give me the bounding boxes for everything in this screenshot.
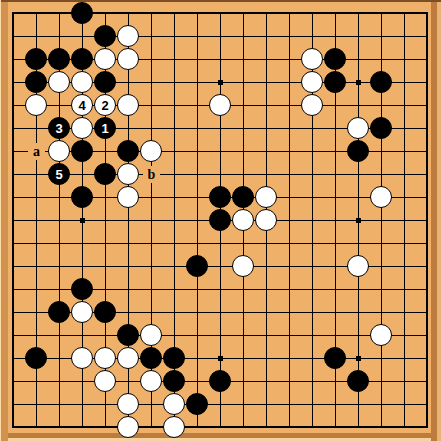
white-stone <box>25 94 47 116</box>
white-stone <box>255 209 277 231</box>
black-stone <box>94 163 116 185</box>
black-stone <box>163 370 185 392</box>
black-stone <box>163 347 185 369</box>
white-stone <box>347 255 369 277</box>
board-bevel-top <box>0 0 441 2</box>
white-stone <box>232 255 254 277</box>
white-stone <box>163 416 185 438</box>
black-stone <box>117 140 139 162</box>
star-point <box>356 218 361 223</box>
white-stone <box>71 71 93 93</box>
white-stone <box>232 209 254 231</box>
black-stone <box>324 48 346 70</box>
white-stone <box>94 370 116 392</box>
go-board[interactable]: 42315ab <box>0 0 441 441</box>
black-stone <box>94 71 116 93</box>
black-stone <box>71 278 93 300</box>
white-stone <box>94 48 116 70</box>
black-stone <box>232 186 254 208</box>
white-stone <box>71 117 93 139</box>
white-stone <box>301 71 323 93</box>
white-stone <box>117 48 139 70</box>
white-stone <box>347 117 369 139</box>
star-point <box>218 80 223 85</box>
black-stone <box>48 48 70 70</box>
white-stone: 2 <box>94 94 116 116</box>
black-stone <box>370 117 392 139</box>
black-stone <box>324 347 346 369</box>
black-stone <box>25 347 47 369</box>
move-number-label: 3 <box>55 122 62 135</box>
black-stone <box>347 370 369 392</box>
white-stone <box>117 416 139 438</box>
white-stone <box>140 370 162 392</box>
black-stone <box>324 71 346 93</box>
black-stone <box>25 48 47 70</box>
white-stone <box>301 94 323 116</box>
white-stone <box>48 140 70 162</box>
white-stone <box>117 163 139 185</box>
white-stone <box>163 393 185 415</box>
move-number-label: 1 <box>101 122 108 135</box>
black-stone <box>25 71 47 93</box>
black-stone <box>209 209 231 231</box>
star-point <box>356 356 361 361</box>
black-stone <box>117 324 139 346</box>
black-stone <box>347 140 369 162</box>
black-stone <box>71 186 93 208</box>
white-stone <box>117 347 139 369</box>
white-stone <box>140 140 162 162</box>
star-point <box>80 218 85 223</box>
board-bevel-right-highlight <box>437 2 441 441</box>
black-stone <box>370 71 392 93</box>
white-stone <box>209 94 231 116</box>
black-stone <box>140 347 162 369</box>
star-point <box>356 80 361 85</box>
black-stone <box>71 140 93 162</box>
black-stone <box>48 301 70 323</box>
white-stone <box>140 324 162 346</box>
point-label-a: a <box>28 143 45 160</box>
move-number-label: 4 <box>78 99 85 112</box>
black-stone <box>186 393 208 415</box>
white-stone <box>48 71 70 93</box>
black-stone <box>71 2 93 24</box>
black-stone: 3 <box>48 117 70 139</box>
white-stone <box>117 393 139 415</box>
white-stone <box>94 347 116 369</box>
black-stone <box>209 186 231 208</box>
black-stone <box>209 370 231 392</box>
black-stone <box>94 301 116 323</box>
white-stone <box>301 48 323 70</box>
star-point <box>218 356 223 361</box>
move-number-label: 5 <box>55 168 62 181</box>
black-stone <box>71 48 93 70</box>
black-stone: 1 <box>94 117 116 139</box>
white-stone <box>370 324 392 346</box>
white-stone <box>370 186 392 208</box>
move-number-label: 2 <box>101 99 108 112</box>
black-stone <box>186 255 208 277</box>
black-stone: 5 <box>48 163 70 185</box>
point-label-b: b <box>143 166 160 183</box>
white-stone: 4 <box>71 94 93 116</box>
white-stone <box>117 186 139 208</box>
white-stone <box>71 347 93 369</box>
white-stone <box>117 25 139 47</box>
white-stone <box>117 94 139 116</box>
black-stone <box>94 25 116 47</box>
white-stone <box>255 186 277 208</box>
white-stone <box>71 301 93 323</box>
board-bevel-left <box>1 2 8 441</box>
